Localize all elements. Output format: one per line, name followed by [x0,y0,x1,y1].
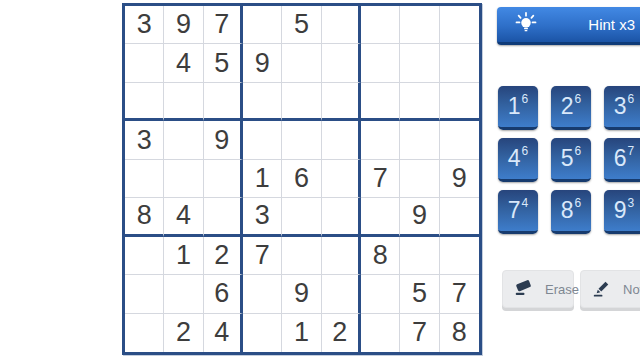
cell-r2c7[interactable] [361,44,400,82]
remaining-count: 4 [522,197,529,209]
cell-r6c1[interactable]: 8 [125,198,164,236]
number-button-digit: 9 [614,199,627,222]
cell-r1c4[interactable] [243,6,282,44]
cell-r3c8[interactable] [400,83,439,121]
cell-r5c7[interactable]: 7 [361,160,400,198]
cell-r9c2[interactable]: 2 [164,314,203,352]
remaining-count: 6 [522,93,529,105]
cell-r6c9[interactable] [440,198,479,236]
cell-r4c9[interactable] [440,121,479,159]
cell-r2c1[interactable] [125,44,164,82]
cell-r3c6[interactable] [322,83,361,121]
cell-r8c3[interactable]: 6 [204,275,243,313]
cell-r7c4[interactable]: 7 [243,237,282,275]
remaining-count: 7 [628,145,635,157]
cell-r5c8[interactable] [400,160,439,198]
cell-r8c4[interactable] [243,275,282,313]
erase-button[interactable]: Erase [502,270,574,308]
cell-r4c1[interactable]: 3 [125,121,164,159]
cell-r8c8[interactable]: 5 [400,275,439,313]
cell-r9c9[interactable]: 8 [440,314,479,352]
cell-r4c7[interactable] [361,121,400,159]
notes-button[interactable]: Notes [580,270,640,308]
number-button-7[interactable]: 74 [498,190,538,234]
cell-r9c5[interactable]: 1 [282,314,321,352]
cell-r5c3[interactable] [204,160,243,198]
number-pad: 162636465667748693 [498,86,640,234]
cell-r5c4[interactable]: 1 [243,160,282,198]
eraser-icon [513,277,535,302]
cell-r3c5[interactable] [282,83,321,121]
cell-r7c5[interactable] [282,237,321,275]
cell-r2c9[interactable] [440,44,479,82]
number-button-digit: 1 [508,95,521,118]
number-button-digit: 7 [508,199,521,222]
cell-r1c5[interactable]: 5 [282,6,321,44]
number-button-digit: 4 [508,147,521,170]
cell-r6c8[interactable]: 9 [400,198,439,236]
number-button-5[interactable]: 56 [551,138,591,182]
cell-r7c2[interactable]: 1 [164,237,203,275]
cell-r4c2[interactable] [164,121,203,159]
number-button-3[interactable]: 36 [604,86,640,130]
cell-r7c8[interactable] [400,237,439,275]
cell-r6c3[interactable] [204,198,243,236]
cell-r3c4[interactable] [243,83,282,121]
cell-r1c6[interactable] [322,6,361,44]
number-button-8[interactable]: 86 [551,190,591,234]
cell-r7c1[interactable] [125,237,164,275]
number-button-1[interactable]: 16 [498,86,538,130]
number-button-4[interactable]: 46 [498,138,538,182]
cell-r8c6[interactable] [322,275,361,313]
cell-r8c1[interactable] [125,275,164,313]
hint-label: Hint x3 [588,7,635,42]
lightbulb-icon [513,12,539,41]
cell-r3c1[interactable] [125,83,164,121]
cell-r7c9[interactable] [440,237,479,275]
cell-r9c6[interactable]: 2 [322,314,361,352]
cell-r3c7[interactable] [361,83,400,121]
cell-r4c6[interactable] [322,121,361,159]
cell-r6c6[interactable] [322,198,361,236]
remaining-count: 6 [575,145,582,157]
cell-r8c2[interactable] [164,275,203,313]
cell-r2c8[interactable] [400,44,439,82]
cell-r5c5[interactable]: 6 [282,160,321,198]
cell-r7c7[interactable]: 8 [361,237,400,275]
notes-label: Notes [623,282,640,297]
cell-r4c3[interactable]: 9 [204,121,243,159]
number-button-6[interactable]: 67 [604,138,640,182]
remaining-count: 6 [575,197,582,209]
cell-r8c5[interactable]: 9 [282,275,321,313]
cell-r8c9[interactable]: 7 [440,275,479,313]
cell-r2c4[interactable]: 9 [243,44,282,82]
cell-r6c4[interactable]: 3 [243,198,282,236]
cell-r3c2[interactable] [164,83,203,121]
cell-r1c8[interactable] [400,6,439,44]
cell-r5c2[interactable] [164,160,203,198]
number-button-9[interactable]: 93 [604,190,640,234]
cell-r9c1[interactable] [125,314,164,352]
sudoku-board: 3975459391679843912786957241278 [122,3,482,355]
cell-r4c5[interactable] [282,121,321,159]
pencil-icon [591,277,613,302]
number-button-digit: 2 [561,95,574,118]
remaining-count: 3 [628,197,635,209]
number-button-digit: 5 [561,147,574,170]
number-button-2[interactable]: 26 [551,86,591,130]
cell-r2c5[interactable] [282,44,321,82]
number-button-digit: 8 [561,199,574,222]
cell-r1c2[interactable]: 9 [164,6,203,44]
cell-r1c9[interactable] [440,6,479,44]
cell-r9c4[interactable] [243,314,282,352]
cell-r2c6[interactable] [322,44,361,82]
cell-r7c3[interactable]: 2 [204,237,243,275]
sudoku-app: 3975459391679843912786957241278 Hint x3 … [0,0,640,360]
cell-r5c6[interactable] [322,160,361,198]
hint-button[interactable]: Hint x3 [497,7,640,45]
cell-r8c7[interactable] [361,275,400,313]
erase-label: Erase [545,282,579,297]
cell-r1c1[interactable]: 3 [125,6,164,44]
cell-r1c3[interactable]: 7 [204,6,243,44]
cell-r6c2[interactable]: 4 [164,198,203,236]
cell-r9c3[interactable]: 4 [204,314,243,352]
cell-r9c8[interactable]: 7 [400,314,439,352]
cell-r6c5[interactable] [282,198,321,236]
cell-r5c1[interactable] [125,160,164,198]
cell-r2c2[interactable]: 4 [164,44,203,82]
remaining-count: 6 [628,93,635,105]
remaining-count: 6 [575,93,582,105]
cell-r7c6[interactable] [322,237,361,275]
cell-r4c8[interactable] [400,121,439,159]
cell-r1c7[interactable] [361,6,400,44]
number-button-digit: 3 [614,95,627,118]
cell-r2c3[interactable]: 5 [204,44,243,82]
cell-r6c7[interactable] [361,198,400,236]
cell-r3c9[interactable] [440,83,479,121]
cell-r3c3[interactable] [204,83,243,121]
number-button-digit: 6 [614,147,627,170]
cell-r9c7[interactable] [361,314,400,352]
remaining-count: 6 [522,145,529,157]
cell-r4c4[interactable] [243,121,282,159]
cell-r5c9[interactable]: 9 [440,160,479,198]
